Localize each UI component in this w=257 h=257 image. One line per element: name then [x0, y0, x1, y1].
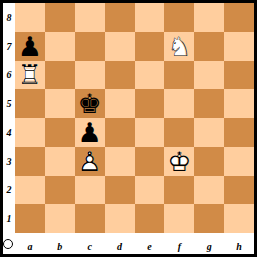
rank-label-3: 3: [3, 147, 15, 176]
square-f8[interactable]: [164, 3, 194, 32]
square-g3[interactable]: [194, 147, 224, 176]
square-g5[interactable]: [194, 89, 224, 118]
piece-glyph: ♟: [18, 33, 42, 60]
chess-diagram: 8 7 6 5 4 3 2 1 ♟♞♘♜♖♚♟♟♙♚♔ a b c d e f …: [0, 0, 257, 257]
square-a6[interactable]: ♜♖: [15, 61, 45, 90]
square-e5[interactable]: [135, 89, 165, 118]
square-e6[interactable]: [135, 61, 165, 90]
square-c4[interactable]: ♟: [75, 118, 105, 147]
piece-outline: ♔: [167, 148, 191, 175]
square-g1[interactable]: [194, 204, 224, 233]
square-d8[interactable]: [105, 3, 135, 32]
square-f1[interactable]: [164, 204, 194, 233]
square-g7[interactable]: [194, 32, 224, 61]
rank-label-1: 1: [3, 204, 15, 233]
square-f6[interactable]: [164, 61, 194, 90]
square-b2[interactable]: [45, 176, 75, 205]
square-b1[interactable]: [45, 204, 75, 233]
square-e2[interactable]: [135, 176, 165, 205]
square-h5[interactable]: [224, 89, 254, 118]
square-d7[interactable]: [105, 32, 135, 61]
square-e8[interactable]: [135, 3, 165, 32]
file-label-h: h: [224, 233, 254, 254]
square-f3[interactable]: ♚♔: [164, 147, 194, 176]
square-b5[interactable]: [45, 89, 75, 118]
square-b3[interactable]: [45, 147, 75, 176]
square-e7[interactable]: [135, 32, 165, 61]
square-a2[interactable]: [15, 176, 45, 205]
rank-label-2: 2: [3, 176, 15, 205]
square-g2[interactable]: [194, 176, 224, 205]
square-b7[interactable]: [45, 32, 75, 61]
square-d4[interactable]: [105, 118, 135, 147]
rank-labels: 8 7 6 5 4 3 2 1: [3, 3, 15, 233]
piece-glyph: ♚: [78, 90, 102, 117]
square-b6[interactable]: [45, 61, 75, 90]
rank-label-5: 5: [3, 89, 15, 118]
square-h1[interactable]: [224, 204, 254, 233]
square-h8[interactable]: [224, 3, 254, 32]
file-label-e: e: [135, 233, 165, 254]
square-a1[interactable]: [15, 204, 45, 233]
square-g4[interactable]: [194, 118, 224, 147]
square-a4[interactable]: [15, 118, 45, 147]
piece-outline: ♖: [18, 61, 42, 88]
square-d6[interactable]: [105, 61, 135, 90]
square-h6[interactable]: [224, 61, 254, 90]
chess-board: ♟♞♘♜♖♚♟♟♙♚♔: [15, 3, 254, 233]
piece-glyph: ♟: [78, 119, 102, 146]
square-e1[interactable]: [135, 204, 165, 233]
piece-outline: ♘: [167, 33, 191, 60]
piece-black-pawn-a7[interactable]: ♟: [15, 32, 45, 61]
file-label-g: g: [194, 233, 224, 254]
square-f7[interactable]: ♞♘: [164, 32, 194, 61]
white-to-move-indicator: [3, 239, 13, 249]
square-f2[interactable]: [164, 176, 194, 205]
square-c3[interactable]: ♟♙: [75, 147, 105, 176]
square-c7[interactable]: [75, 32, 105, 61]
square-e4[interactable]: [135, 118, 165, 147]
rank-label-4: 4: [3, 118, 15, 147]
piece-white-king-f3[interactable]: ♚♔: [164, 147, 194, 176]
rank-label-8: 8: [3, 3, 15, 32]
square-h2[interactable]: [224, 176, 254, 205]
square-a3[interactable]: [15, 147, 45, 176]
square-a8[interactable]: [15, 3, 45, 32]
square-d3[interactable]: [105, 147, 135, 176]
square-b4[interactable]: [45, 118, 75, 147]
square-e3[interactable]: [135, 147, 165, 176]
bottom-strip: a b c d e f g h: [3, 233, 254, 254]
file-labels: a b c d e f g h: [15, 233, 254, 254]
piece-black-king-c5[interactable]: ♚: [75, 89, 105, 118]
square-c2[interactable]: [75, 176, 105, 205]
rank-label-6: 6: [3, 61, 15, 90]
piece-black-pawn-c4[interactable]: ♟: [75, 118, 105, 147]
square-f5[interactable]: [164, 89, 194, 118]
piece-white-pawn-c3[interactable]: ♟♙: [75, 147, 105, 176]
file-label-b: b: [45, 233, 75, 254]
square-g6[interactable]: [194, 61, 224, 90]
square-g8[interactable]: [194, 3, 224, 32]
square-d5[interactable]: [105, 89, 135, 118]
file-label-c: c: [75, 233, 105, 254]
square-c8[interactable]: [75, 3, 105, 32]
piece-white-rook-a6[interactable]: ♜♖: [15, 61, 45, 90]
file-label-a: a: [15, 233, 45, 254]
square-a5[interactable]: [15, 89, 45, 118]
square-b8[interactable]: [45, 3, 75, 32]
square-c6[interactable]: [75, 61, 105, 90]
square-f4[interactable]: [164, 118, 194, 147]
square-c1[interactable]: [75, 204, 105, 233]
file-label-f: f: [164, 233, 194, 254]
piece-outline: ♙: [78, 148, 102, 175]
square-a7[interactable]: ♟: [15, 32, 45, 61]
square-h4[interactable]: [224, 118, 254, 147]
square-d1[interactable]: [105, 204, 135, 233]
square-h3[interactable]: [224, 147, 254, 176]
square-h7[interactable]: [224, 32, 254, 61]
square-d2[interactable]: [105, 176, 135, 205]
piece-white-knight-f7[interactable]: ♞♘: [164, 32, 194, 61]
rank-label-7: 7: [3, 32, 15, 61]
square-c5[interactable]: ♚: [75, 89, 105, 118]
turn-indicator-area: [3, 233, 15, 254]
diagram-inner: 8 7 6 5 4 3 2 1 ♟♞♘♜♖♚♟♟♙♚♔ a b c d e f …: [3, 3, 254, 254]
file-label-d: d: [105, 233, 135, 254]
